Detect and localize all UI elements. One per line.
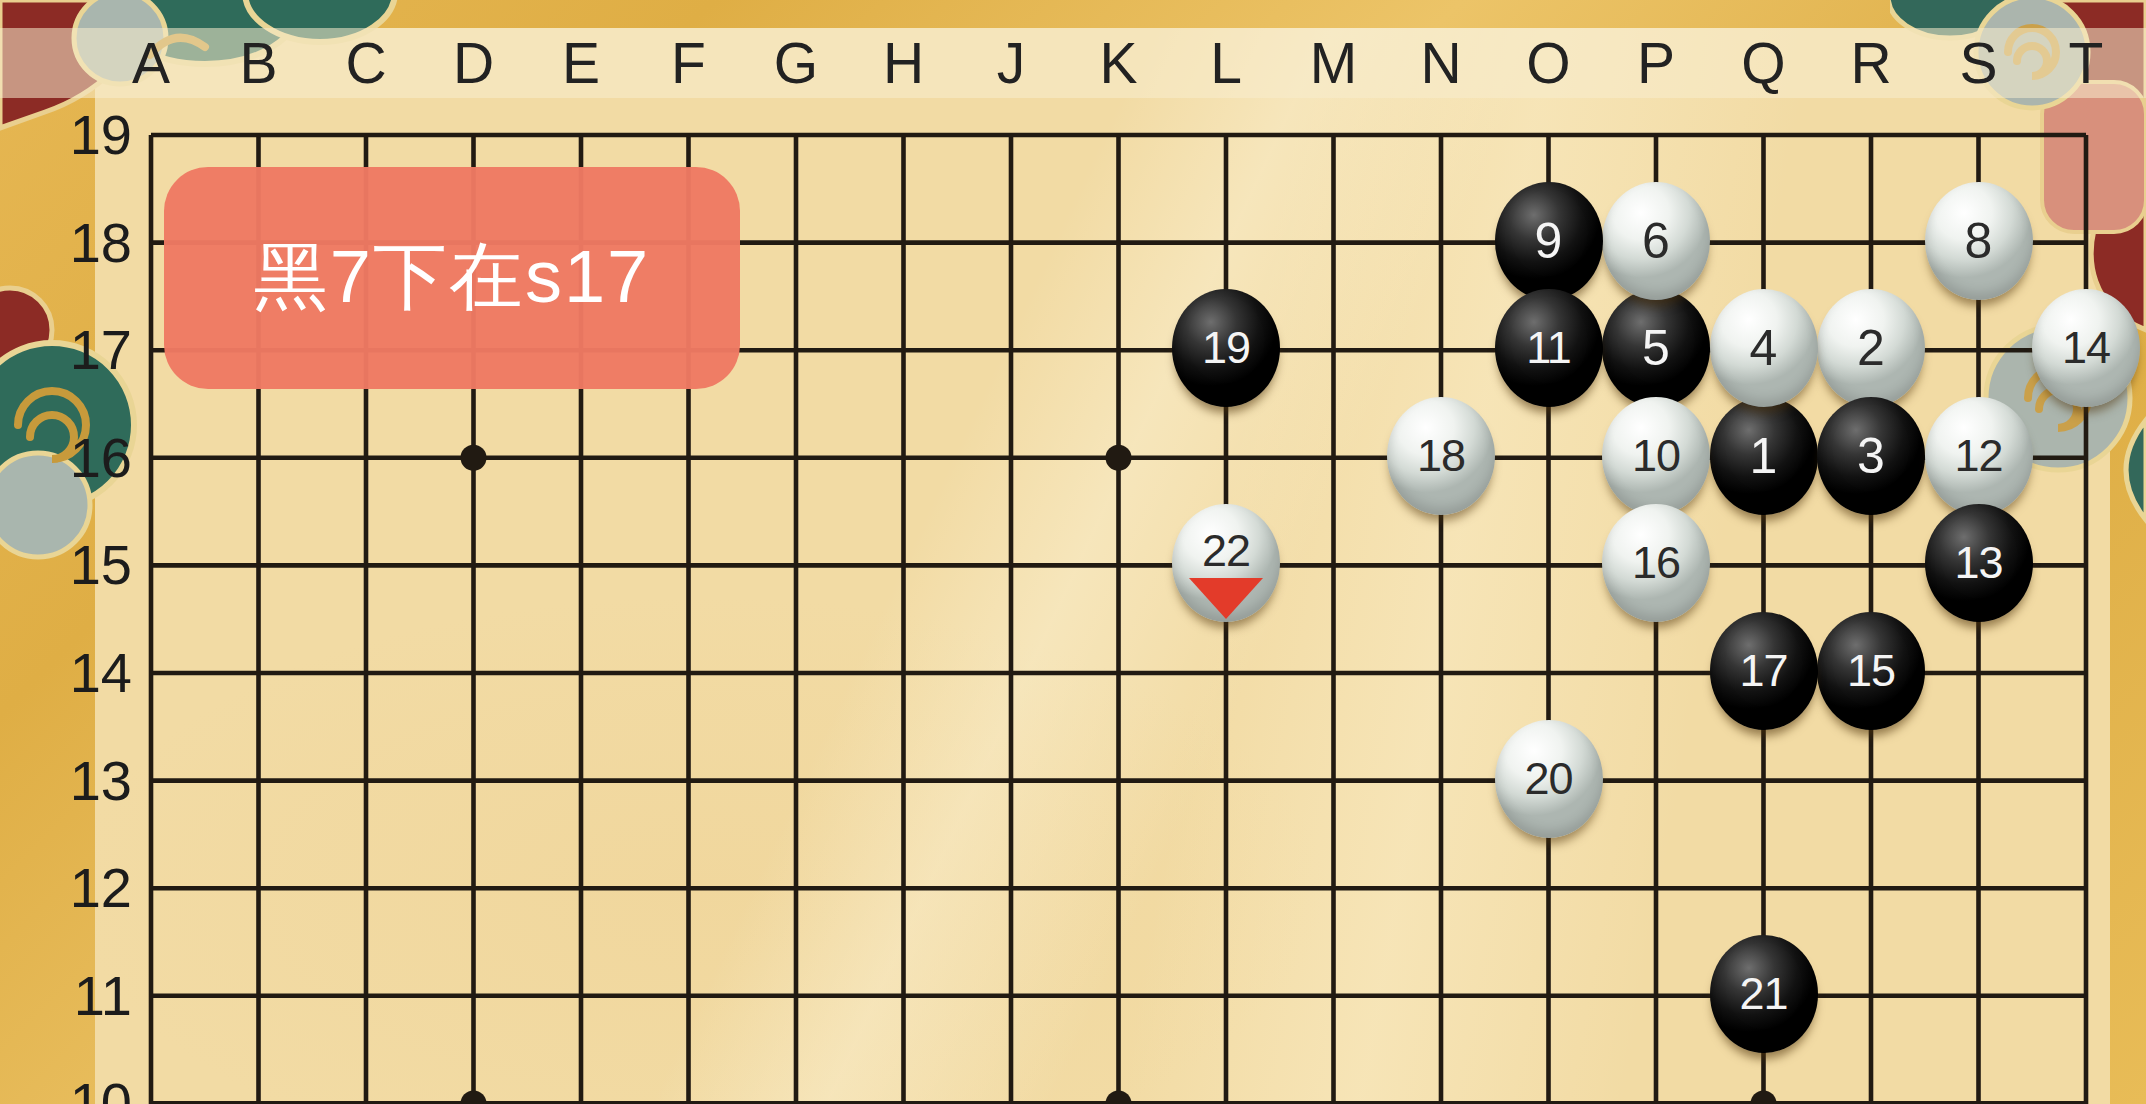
move-annotation: 黑7下在s17 [164, 167, 740, 389]
stone-move-number: 6 [1642, 212, 1670, 270]
star-point-Q10 [1751, 1090, 1777, 1104]
col-label-G: G [756, 34, 836, 92]
col-label-E: E [541, 34, 621, 92]
col-label-F: F [649, 34, 729, 92]
col-label-T: T [2046, 34, 2126, 92]
white-stone-10-P16[interactable]: 10 [1602, 397, 1710, 515]
row-label-16: 16 [32, 429, 132, 487]
black-stone-3-R16[interactable]: 3 [1817, 397, 1925, 515]
white-stone-8-S18[interactable]: 8 [1925, 182, 2033, 300]
stone-move-number: 16 [1632, 537, 1680, 589]
row-label-10: 10 [32, 1074, 132, 1104]
stone-move-number: 18 [1417, 430, 1465, 482]
col-label-R: R [1831, 34, 1911, 92]
col-label-M: M [1294, 34, 1374, 92]
star-point-K10 [1106, 1090, 1132, 1104]
stone-move-number: 13 [1954, 537, 2002, 589]
black-stone-13-S15[interactable]: 13 [1925, 504, 2033, 622]
stone-move-number: 9 [1535, 212, 1563, 270]
white-stone-6-P18[interactable]: 6 [1602, 182, 1710, 300]
move-annotation-text: 黑7下在s17 [254, 228, 650, 328]
white-stone-2-R17[interactable]: 2 [1817, 289, 1925, 407]
row-label-12: 12 [32, 859, 132, 917]
white-stone-14-T17[interactable]: 14 [2032, 289, 2140, 407]
row-label-19: 19 [32, 106, 132, 164]
stone-move-number: 19 [1202, 322, 1250, 374]
col-label-H: H [864, 34, 944, 92]
stone-move-number: 22 [1202, 525, 1250, 577]
stone-move-number: 15 [1847, 645, 1895, 697]
stone-move-number: 11 [1526, 322, 1571, 374]
col-label-D: D [434, 34, 514, 92]
row-label-17: 17 [32, 321, 132, 379]
col-label-C: C [326, 34, 406, 92]
col-label-K: K [1079, 34, 1159, 92]
black-stone-15-R14[interactable]: 15 [1817, 612, 1925, 730]
col-label-O: O [1509, 34, 1589, 92]
white-stone-22-L15[interactable]: 22 [1172, 504, 1280, 622]
black-stone-21-Q11[interactable]: 21 [1710, 935, 1818, 1053]
goban-grid[interactable] [0, 0, 2146, 1104]
stone-move-number: 8 [1965, 212, 1993, 270]
stone-move-number: 3 [1857, 427, 1885, 485]
black-stone-11-O17[interactable]: 11 [1495, 289, 1603, 407]
row-label-11: 11 [32, 967, 132, 1025]
col-label-L: L [1186, 34, 1266, 92]
black-stone-1-Q16[interactable]: 1 [1710, 397, 1818, 515]
black-stone-5-P17[interactable]: 5 [1602, 289, 1710, 407]
white-stone-20-O13[interactable]: 20 [1495, 720, 1603, 838]
stone-move-number: 12 [1954, 430, 2002, 482]
stone-move-number: 1 [1750, 427, 1778, 485]
stone-move-number: 17 [1739, 645, 1787, 697]
white-stone-12-S16[interactable]: 12 [1925, 397, 2033, 515]
stone-move-number: 5 [1642, 319, 1670, 377]
stone-move-number: 2 [1857, 319, 1885, 377]
stone-move-number: 20 [1524, 753, 1572, 805]
row-label-18: 18 [32, 214, 132, 272]
col-label-Q: Q [1724, 34, 1804, 92]
col-label-N: N [1401, 34, 1481, 92]
col-label-A: A [111, 34, 191, 92]
black-stone-9-O18[interactable]: 9 [1495, 182, 1603, 300]
col-label-J: J [971, 34, 1051, 92]
go-board-screen: { "game": "go", "annotation": { "text": … [0, 0, 2146, 1104]
stone-move-number: 14 [2062, 322, 2110, 374]
stone-move-number: 4 [1750, 319, 1778, 377]
white-stone-4-Q17[interactable]: 4 [1710, 289, 1818, 407]
white-stone-16-P15[interactable]: 16 [1602, 504, 1710, 622]
row-label-14: 14 [32, 644, 132, 702]
col-label-S: S [1939, 34, 2019, 92]
stone-move-number: 10 [1632, 430, 1680, 482]
star-point-D10 [461, 1090, 487, 1104]
row-label-13: 13 [32, 752, 132, 810]
star-point-D16 [461, 445, 487, 471]
black-stone-19-L17[interactable]: 19 [1172, 289, 1280, 407]
last-move-triangle-icon [1189, 578, 1263, 619]
stone-move-number: 21 [1739, 968, 1787, 1020]
black-stone-17-Q14[interactable]: 17 [1710, 612, 1818, 730]
white-stone-18-N16[interactable]: 18 [1387, 397, 1495, 515]
col-label-B: B [219, 34, 299, 92]
row-label-15: 15 [32, 536, 132, 594]
star-point-K16 [1106, 445, 1132, 471]
col-label-P: P [1616, 34, 1696, 92]
